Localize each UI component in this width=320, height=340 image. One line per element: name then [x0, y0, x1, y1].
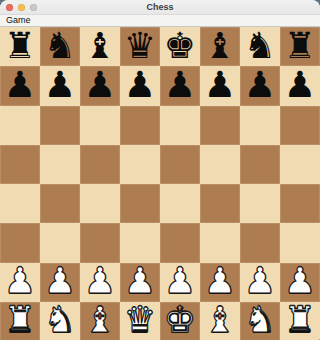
square-f2[interactable]: ♟	[200, 263, 240, 302]
square-b5[interactable]	[40, 145, 80, 184]
square-c7[interactable]: ♟	[80, 66, 120, 105]
white-rook-piece: ♜	[4, 302, 36, 338]
square-h4[interactable]	[280, 184, 320, 223]
menu-item-game[interactable]: Game	[0, 15, 37, 26]
close-button[interactable]	[6, 4, 13, 11]
square-g1[interactable]: ♞	[240, 302, 280, 340]
square-g5[interactable]	[240, 145, 280, 184]
square-c5[interactable]	[80, 145, 120, 184]
menu-bar: Game	[0, 15, 320, 27]
square-a7[interactable]: ♟	[0, 66, 40, 105]
square-e4[interactable]	[160, 184, 200, 223]
square-d3[interactable]	[120, 223, 160, 262]
black-pawn-piece: ♟	[124, 67, 156, 103]
white-pawn-piece: ♟	[244, 263, 276, 299]
white-bishop-piece: ♝	[204, 302, 236, 338]
square-b4[interactable]	[40, 184, 80, 223]
square-b3[interactable]	[40, 223, 80, 262]
black-pawn-piece: ♟	[244, 67, 276, 103]
chess-board: ♜♞♝♛♚♝♞♜♟♟♟♟♟♟♟♟♟♟♟♟♟♟♟♟♜♞♝♛♚♝♞♜	[0, 27, 320, 340]
square-g7[interactable]: ♟	[240, 66, 280, 105]
zoom-button[interactable]	[30, 4, 37, 11]
white-pawn-piece: ♟	[164, 263, 196, 299]
square-e6[interactable]	[160, 106, 200, 145]
black-knight-piece: ♞	[244, 28, 276, 64]
square-h5[interactable]	[280, 145, 320, 184]
square-d6[interactable]	[120, 106, 160, 145]
square-g3[interactable]	[240, 223, 280, 262]
square-d8[interactable]: ♛	[120, 27, 160, 66]
square-g6[interactable]	[240, 106, 280, 145]
square-h2[interactable]: ♟	[280, 263, 320, 302]
square-g4[interactable]	[240, 184, 280, 223]
black-bishop-piece: ♝	[204, 28, 236, 64]
square-g2[interactable]: ♟	[240, 263, 280, 302]
white-knight-piece: ♞	[244, 302, 276, 338]
square-d1[interactable]: ♛	[120, 302, 160, 340]
square-a8[interactable]: ♜	[0, 27, 40, 66]
white-pawn-piece: ♟	[4, 263, 36, 299]
square-a1[interactable]: ♜	[0, 302, 40, 340]
square-e7[interactable]: ♟	[160, 66, 200, 105]
square-f6[interactable]	[200, 106, 240, 145]
square-d4[interactable]	[120, 184, 160, 223]
square-b6[interactable]	[40, 106, 80, 145]
square-f8[interactable]: ♝	[200, 27, 240, 66]
square-h6[interactable]	[280, 106, 320, 145]
title-bar[interactable]: Chess	[0, 0, 320, 15]
square-a5[interactable]	[0, 145, 40, 184]
square-f3[interactable]	[200, 223, 240, 262]
window-title: Chess	[146, 0, 173, 14]
black-pawn-piece: ♟	[284, 67, 316, 103]
square-d7[interactable]: ♟	[120, 66, 160, 105]
square-e2[interactable]: ♟	[160, 263, 200, 302]
square-h7[interactable]: ♟	[280, 66, 320, 105]
square-g8[interactable]: ♞	[240, 27, 280, 66]
black-knight-piece: ♞	[44, 28, 76, 64]
square-c2[interactable]: ♟	[80, 263, 120, 302]
square-c1[interactable]: ♝	[80, 302, 120, 340]
square-c4[interactable]	[80, 184, 120, 223]
square-c6[interactable]	[80, 106, 120, 145]
square-c3[interactable]	[80, 223, 120, 262]
square-c8[interactable]: ♝	[80, 27, 120, 66]
square-b7[interactable]: ♟	[40, 66, 80, 105]
square-h8[interactable]: ♜	[280, 27, 320, 66]
square-b1[interactable]: ♞	[40, 302, 80, 340]
square-h1[interactable]: ♜	[280, 302, 320, 340]
black-pawn-piece: ♟	[4, 67, 36, 103]
black-king-piece: ♚	[164, 28, 196, 64]
black-rook-piece: ♜	[284, 28, 316, 64]
square-b2[interactable]: ♟	[40, 263, 80, 302]
square-h3[interactable]	[280, 223, 320, 262]
minimize-button[interactable]	[18, 4, 25, 11]
window-controls	[6, 0, 37, 14]
square-e8[interactable]: ♚	[160, 27, 200, 66]
black-queen-piece: ♛	[124, 28, 156, 64]
square-a2[interactable]: ♟	[0, 263, 40, 302]
black-pawn-piece: ♟	[164, 67, 196, 103]
black-bishop-piece: ♝	[84, 28, 116, 64]
square-e5[interactable]	[160, 145, 200, 184]
square-d2[interactable]: ♟	[120, 263, 160, 302]
square-a4[interactable]	[0, 184, 40, 223]
square-f1[interactable]: ♝	[200, 302, 240, 340]
square-f5[interactable]	[200, 145, 240, 184]
black-pawn-piece: ♟	[84, 67, 116, 103]
white-pawn-piece: ♟	[204, 263, 236, 299]
black-rook-piece: ♜	[4, 28, 36, 64]
white-pawn-piece: ♟	[84, 263, 116, 299]
chess-app-window: Chess Game ♜♞♝♛♚♝♞♜♟♟♟♟♟♟♟♟♟♟♟♟♟♟♟♟♜♞♝♛♚…	[0, 0, 320, 340]
square-e3[interactable]	[160, 223, 200, 262]
square-f4[interactable]	[200, 184, 240, 223]
black-pawn-piece: ♟	[44, 67, 76, 103]
square-f7[interactable]: ♟	[200, 66, 240, 105]
white-king-piece: ♚	[164, 302, 196, 338]
black-pawn-piece: ♟	[204, 67, 236, 103]
square-a3[interactable]	[0, 223, 40, 262]
white-pawn-piece: ♟	[284, 263, 316, 299]
square-b8[interactable]: ♞	[40, 27, 80, 66]
square-e1[interactable]: ♚	[160, 302, 200, 340]
square-a6[interactable]	[0, 106, 40, 145]
white-rook-piece: ♜	[284, 302, 316, 338]
square-d5[interactable]	[120, 145, 160, 184]
white-pawn-piece: ♟	[124, 263, 156, 299]
white-pawn-piece: ♟	[44, 263, 76, 299]
white-bishop-piece: ♝	[84, 302, 116, 338]
white-knight-piece: ♞	[44, 302, 76, 338]
white-queen-piece: ♛	[124, 302, 156, 338]
